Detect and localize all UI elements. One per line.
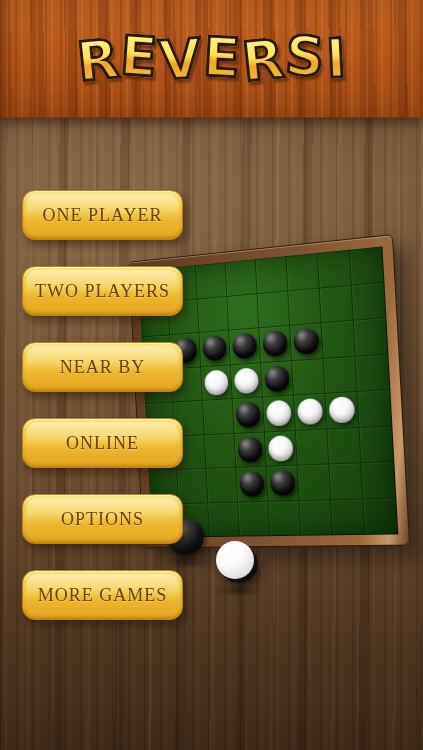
board-cell (233, 397, 265, 433)
board-cell (196, 262, 227, 299)
board-cell (360, 426, 395, 463)
board-cell (331, 499, 365, 535)
board-cell (350, 246, 385, 285)
title-letter: S (284, 28, 327, 85)
board-cell (327, 428, 361, 465)
board-cell (363, 498, 398, 535)
board-cell (206, 468, 238, 503)
board-cell (231, 363, 263, 399)
black-disc (264, 365, 290, 392)
board-cell (236, 467, 268, 502)
board-cell (234, 432, 266, 468)
white-disc (268, 435, 294, 462)
near-by-button[interactable]: NEAR BY (22, 342, 183, 392)
black-disc (232, 333, 257, 360)
app-title: REVERSI (76, 32, 348, 86)
title-letter: E (202, 30, 242, 86)
board-cell (318, 250, 352, 288)
title-letter: R (239, 31, 286, 89)
board-cell (198, 296, 229, 333)
board-cell (201, 365, 233, 401)
title-letter: V (157, 31, 202, 88)
one-player-button[interactable]: ONE PLAYER (22, 190, 183, 240)
black-disc (262, 330, 288, 357)
more-games-button[interactable]: MORE GAMES (22, 570, 183, 620)
more-games-label: MORE GAMES (38, 585, 168, 606)
loose-white-disc-face (216, 541, 254, 579)
board-cell (298, 464, 332, 500)
board-cell (205, 433, 237, 468)
board-cell (324, 356, 358, 393)
board-cell (362, 462, 397, 499)
board-cell (288, 288, 321, 326)
two-players-label: TWO PLAYERS (35, 281, 170, 302)
board-cell (263, 396, 296, 432)
board-cell (358, 390, 393, 428)
board-cell (269, 501, 302, 537)
one-player-label: ONE PLAYER (43, 205, 163, 226)
board-cell (354, 318, 389, 356)
black-disc (237, 436, 262, 462)
title-letter: R (74, 31, 121, 89)
white-disc (234, 367, 259, 394)
black-disc (236, 402, 261, 428)
board-cell (290, 323, 323, 360)
board-cell (199, 331, 230, 367)
board-cell (286, 253, 319, 291)
black-disc (202, 335, 227, 362)
board-cell (229, 328, 261, 365)
board-cell (296, 429, 329, 465)
main-menu: ONE PLAYER TWO PLAYERS NEAR BY ONLINE OP… (22, 190, 183, 620)
online-label: ONLINE (66, 433, 139, 454)
board-cell (257, 291, 290, 328)
board-cell (256, 256, 289, 294)
title-letter: E (119, 28, 160, 84)
options-label: OPTIONS (61, 509, 144, 530)
white-disc (297, 398, 323, 425)
board-cell (322, 321, 356, 359)
board-cell (238, 501, 270, 536)
board-cell (227, 294, 259, 331)
board-cell (329, 463, 363, 500)
board-cell (261, 361, 294, 398)
board-cell (320, 285, 354, 323)
black-disc (270, 470, 296, 496)
board-cell (352, 282, 387, 320)
loose-white-disc (216, 541, 258, 583)
board-cell (259, 326, 292, 363)
two-players-button[interactable]: TWO PLAYERS (22, 266, 183, 316)
black-disc (293, 328, 319, 356)
online-button[interactable]: ONLINE (22, 418, 183, 468)
title-banner: REVERSI (0, 0, 423, 118)
near-by-label: NEAR BY (60, 357, 146, 378)
white-disc (329, 396, 356, 423)
title-letter: I (325, 31, 348, 86)
board-cell (300, 500, 334, 536)
board-cell (225, 259, 257, 296)
board-cell (265, 431, 298, 467)
board-cell (325, 392, 359, 429)
board-cell (208, 502, 240, 537)
black-disc (239, 471, 264, 497)
white-disc (204, 369, 229, 395)
board-cell (292, 359, 325, 396)
board-cell (356, 354, 391, 392)
board-cell (203, 399, 235, 435)
white-disc (266, 400, 292, 427)
board-cell (267, 466, 300, 502)
options-button[interactable]: OPTIONS (22, 494, 183, 544)
board-cell (294, 394, 327, 431)
